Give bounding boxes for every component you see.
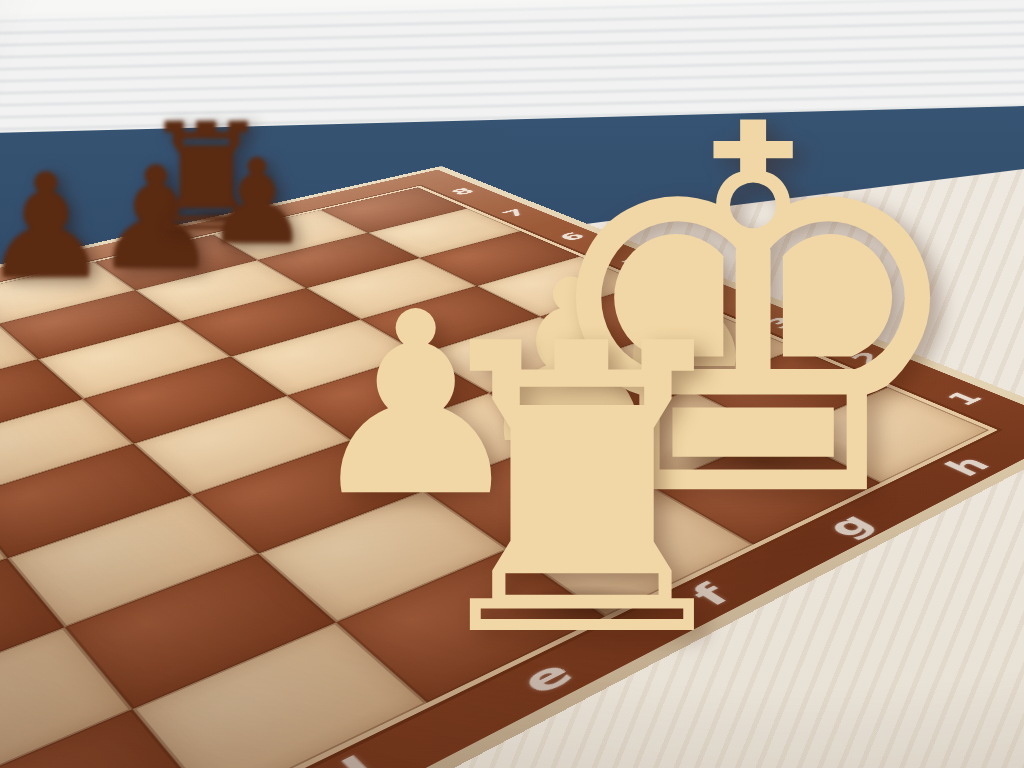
scene: abcdefgh12345678 ♟♟♜♟♟♟♚♟♜ [0, 0, 1024, 768]
rank-label-8: 8 [447, 186, 480, 196]
black-pawn-c7: ♟ [204, 143, 310, 261]
file-label-d: d [306, 747, 390, 768]
white-rook-f1: ♜ [404, 294, 761, 692]
